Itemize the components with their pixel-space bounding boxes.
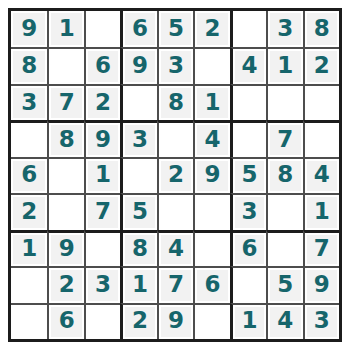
- sudoku-cell-r2c2[interactable]: [47, 47, 83, 83]
- cell-digit: 9: [314, 273, 330, 296]
- cell-digit: 5: [168, 17, 184, 40]
- sudoku-cell-r1c6[interactable]: 2: [193, 11, 229, 47]
- sudoku-cell-r6c3[interactable]: 7: [84, 193, 120, 229]
- sudoku-cell-r4c6[interactable]: 4: [193, 120, 229, 156]
- cell-digit: 8: [21, 54, 37, 77]
- sudoku-cell-r9c8[interactable]: 4: [266, 303, 302, 339]
- cell-digit: 8: [59, 128, 75, 151]
- sudoku-cell-r5c8[interactable]: 8: [266, 157, 302, 193]
- cell-digit: 9: [132, 54, 148, 77]
- cell-digit: 1: [132, 273, 148, 296]
- sudoku-cell-r9c6[interactable]: [193, 303, 229, 339]
- sudoku-cell-r5c9[interactable]: 4: [303, 157, 339, 193]
- sudoku-cell-r8c7[interactable]: [230, 266, 266, 302]
- sudoku-cell-r7c7[interactable]: 6: [230, 230, 266, 266]
- cell-digit: 6: [59, 309, 75, 332]
- sudoku-cell-r2c6[interactable]: [193, 47, 229, 83]
- cell-digit: 2: [95, 91, 111, 114]
- cell-digit: 4: [241, 54, 257, 77]
- cell-digit: 2: [314, 54, 330, 77]
- cell-digit: 1: [314, 200, 330, 223]
- cell-digit: 8: [314, 17, 330, 40]
- cell-digit: 4: [168, 237, 184, 260]
- sudoku-cell-r6c9[interactable]: 1: [303, 193, 339, 229]
- cell-digit: 6: [95, 54, 111, 77]
- cell-digit: 3: [132, 128, 148, 151]
- cell-digit: 5: [277, 273, 293, 296]
- cell-digit: 1: [95, 163, 111, 186]
- sudoku-cell-r7c1[interactable]: 1: [11, 230, 47, 266]
- cell-digit: 2: [132, 309, 148, 332]
- cell-digit: 7: [314, 237, 330, 260]
- sudoku-cell-r9c3[interactable]: [84, 303, 120, 339]
- cell-digit: 3: [168, 54, 184, 77]
- cell-digit: 8: [132, 237, 148, 260]
- sudoku-cell-r9c4[interactable]: 2: [120, 303, 156, 339]
- sudoku-cell-r9c7[interactable]: 1: [230, 303, 266, 339]
- sudoku-cell-r8c9[interactable]: 9: [303, 266, 339, 302]
- sudoku-cell-r1c3[interactable]: [84, 11, 120, 47]
- cell-digit: 2: [168, 163, 184, 186]
- cell-digit: 9: [95, 128, 111, 151]
- cell-digit: 6: [204, 273, 220, 296]
- cell-digit: 1: [59, 17, 75, 40]
- sudoku-cell-r8c5[interactable]: 7: [157, 266, 193, 302]
- cell-digit: 1: [21, 237, 37, 260]
- cell-digit: 4: [314, 163, 330, 186]
- sudoku-cell-r7c4[interactable]: 8: [120, 230, 156, 266]
- sudoku-cell-r5c4[interactable]: [120, 157, 156, 193]
- cell-digit: 8: [277, 163, 293, 186]
- sudoku-cell-r1c2[interactable]: 1: [47, 11, 83, 47]
- sudoku-cell-r6c2[interactable]: [47, 193, 83, 229]
- cell-digit: 7: [168, 273, 184, 296]
- cell-digit: 7: [95, 200, 111, 223]
- sudoku-cell-r9c9[interactable]: 3: [303, 303, 339, 339]
- cell-digit: 2: [21, 200, 37, 223]
- cell-digit: 3: [277, 17, 293, 40]
- sudoku-cell-r6c6[interactable]: [193, 193, 229, 229]
- sudoku-cell-r3c2[interactable]: 7: [47, 84, 83, 120]
- cell-digit: 7: [59, 91, 75, 114]
- sudoku-cell-r3c5[interactable]: 8: [157, 84, 193, 120]
- sudoku-cell-r8c3[interactable]: 3: [84, 266, 120, 302]
- sudoku-cell-r8c2[interactable]: 2: [47, 266, 83, 302]
- cell-digit: 9: [21, 17, 37, 40]
- sudoku-cell-r7c6[interactable]: [193, 230, 229, 266]
- sudoku-cell-r4c9[interactable]: [303, 120, 339, 156]
- sudoku-cell-r4c2[interactable]: 8: [47, 120, 83, 156]
- sudoku-cell-r2c3[interactable]: 6: [84, 47, 120, 83]
- sudoku-cell-r3c6[interactable]: 1: [193, 84, 229, 120]
- cell-digit: 6: [132, 17, 148, 40]
- sudoku-cell-r4c8[interactable]: 7: [266, 120, 302, 156]
- sudoku-cell-r2c4[interactable]: 9: [120, 47, 156, 83]
- sudoku-cell-r2c5[interactable]: 3: [157, 47, 193, 83]
- cell-digit: 1: [204, 91, 220, 114]
- sudoku-cell-r7c3[interactable]: [84, 230, 120, 266]
- sudoku-cell-r9c5[interactable]: 9: [157, 303, 193, 339]
- cell-digit: 5: [132, 200, 148, 223]
- sudoku-cell-r2c7[interactable]: 4: [230, 47, 266, 83]
- sudoku-cell-r5c3[interactable]: 1: [84, 157, 120, 193]
- sudoku-cell-r3c3[interactable]: 2: [84, 84, 120, 120]
- sudoku-board: 9165238869341237281893476129584275311984…: [8, 8, 342, 342]
- sudoku-cell-r8c4[interactable]: 1: [120, 266, 156, 302]
- sudoku-cell-r3c7[interactable]: [230, 84, 266, 120]
- sudoku-cell-r1c9[interactable]: 8: [303, 11, 339, 47]
- cell-digit: 3: [314, 309, 330, 332]
- sudoku-cell-r6c7[interactable]: 3: [230, 193, 266, 229]
- cell-digit: 9: [168, 309, 184, 332]
- sudoku-cell-r1c5[interactable]: 5: [157, 11, 193, 47]
- sudoku-cell-r1c4[interactable]: 6: [120, 11, 156, 47]
- sudoku-cell-r4c5[interactable]: [157, 120, 193, 156]
- sudoku-cell-r1c8[interactable]: 3: [266, 11, 302, 47]
- cell-digit: 4: [277, 309, 293, 332]
- sudoku-cell-r9c2[interactable]: 6: [47, 303, 83, 339]
- cell-digit: 5: [241, 163, 257, 186]
- sudoku-cell-r7c8[interactable]: [266, 230, 302, 266]
- sudoku-cell-r3c9[interactable]: [303, 84, 339, 120]
- sudoku-cell-r5c7[interactable]: 5: [230, 157, 266, 193]
- sudoku-cell-r5c5[interactable]: 2: [157, 157, 193, 193]
- cell-digit: 6: [241, 237, 257, 260]
- sudoku-cell-r1c7[interactable]: [230, 11, 266, 47]
- cell-digit: 1: [277, 54, 293, 77]
- sudoku-cell-r6c4[interactable]: 5: [120, 193, 156, 229]
- cell-digit: 3: [95, 273, 111, 296]
- cell-digit: 7: [277, 128, 293, 151]
- sudoku-cell-r7c2[interactable]: 9: [47, 230, 83, 266]
- sudoku-cell-r5c6[interactable]: 9: [193, 157, 229, 193]
- sudoku-cell-r5c1[interactable]: 6: [11, 157, 47, 193]
- sudoku-cell-r4c7[interactable]: [230, 120, 266, 156]
- sudoku-cell-r6c5[interactable]: [157, 193, 193, 229]
- sudoku-cell-r7c9[interactable]: 7: [303, 230, 339, 266]
- cell-digit: 4: [204, 128, 220, 151]
- cell-digit: 3: [21, 91, 37, 114]
- sudoku-cell-r2c9[interactable]: 2: [303, 47, 339, 83]
- cell-digit: 3: [241, 200, 257, 223]
- sudoku-cell-r3c1[interactable]: 3: [11, 84, 47, 120]
- cell-digit: 8: [168, 91, 184, 114]
- sudoku-cell-r7c5[interactable]: 4: [157, 230, 193, 266]
- cell-digit: 2: [59, 273, 75, 296]
- sudoku-cell-r3c4[interactable]: [120, 84, 156, 120]
- cell-digit: 6: [21, 163, 37, 186]
- sudoku-cell-r3c8[interactable]: [266, 84, 302, 120]
- sudoku-cell-r4c3[interactable]: 9: [84, 120, 120, 156]
- cell-digit: 2: [204, 17, 220, 40]
- cell-digit: 9: [204, 163, 220, 186]
- sudoku-cell-r8c1[interactable]: [11, 266, 47, 302]
- cell-digit: 9: [59, 237, 75, 260]
- sudoku-cell-r9c1[interactable]: [11, 303, 47, 339]
- sudoku-cell-r6c1[interactable]: 2: [11, 193, 47, 229]
- cell-digit: 1: [241, 309, 257, 332]
- sudoku-cell-r1c1[interactable]: 9: [11, 11, 47, 47]
- page: 9165238869341237281893476129584275311984…: [0, 0, 350, 350]
- sudoku-cell-r4c1[interactable]: [11, 120, 47, 156]
- sudoku-cell-r8c6[interactable]: 6: [193, 266, 229, 302]
- sudoku-cell-r2c8[interactable]: 1: [266, 47, 302, 83]
- sudoku-cell-r4c4[interactable]: 3: [120, 120, 156, 156]
- sudoku-cell-r5c2[interactable]: [47, 157, 83, 193]
- sudoku-cell-r8c8[interactable]: 5: [266, 266, 302, 302]
- sudoku-cell-r6c8[interactable]: [266, 193, 302, 229]
- sudoku-cell-r2c1[interactable]: 8: [11, 47, 47, 83]
